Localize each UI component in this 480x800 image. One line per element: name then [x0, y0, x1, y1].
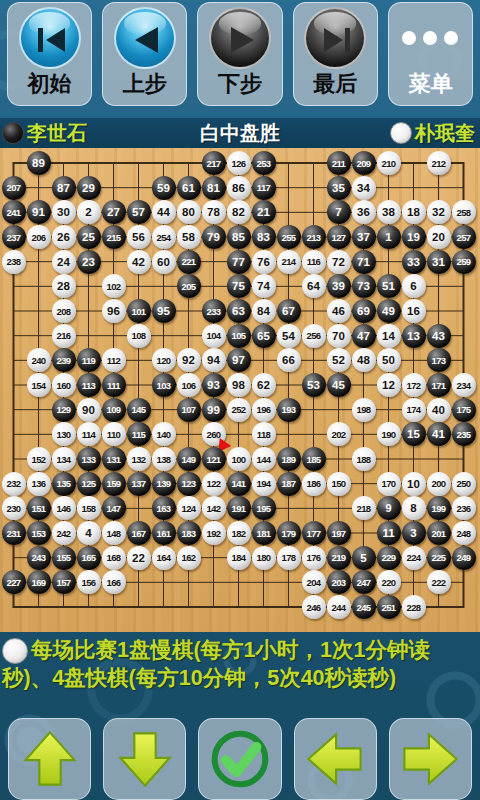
match-rules-text: 每场比赛1盘慢棋(每方1小时，1次1分钟读秒)、4盘快棋(每方10分钟，5次40… [2, 636, 472, 692]
move-right-button[interactable] [389, 718, 472, 800]
stone-W250: 250 [452, 472, 476, 496]
arrow-up-icon [18, 727, 82, 791]
arrow-left-icon [303, 727, 367, 791]
stone-B71: 71 [352, 250, 376, 274]
stone-B69: 69 [352, 299, 376, 323]
skip-to-start-icon [19, 7, 81, 69]
stone-W228: 228 [402, 595, 426, 619]
go-to-start-label: 初始 [28, 72, 72, 96]
stone-B91: 91 [27, 200, 51, 224]
stone-W92: 92 [177, 348, 201, 372]
stone-B57: 57 [127, 200, 151, 224]
stone-W186: 186 [302, 472, 326, 496]
stone-B61: 61 [177, 176, 201, 200]
stone-W232: 232 [2, 472, 26, 496]
stone-W64: 64 [302, 274, 326, 298]
stone-W240: 240 [27, 348, 51, 372]
next-move-button[interactable]: 下步 [197, 2, 282, 106]
stone-B101: 101 [127, 299, 151, 323]
stone-W208: 208 [52, 299, 76, 323]
stone-B163: 163 [152, 496, 176, 520]
stone-B21: 21 [252, 200, 276, 224]
stone-B165: 165 [77, 546, 101, 570]
stone-B7: 7 [327, 200, 351, 224]
stone-B81: 81 [202, 176, 226, 200]
stone-W14: 14 [377, 324, 401, 348]
stone-B83: 83 [252, 225, 276, 249]
stone-B95: 95 [152, 299, 176, 323]
stone-B219: 219 [327, 546, 351, 570]
stone-B157: 157 [52, 570, 76, 594]
stone-B47: 47 [352, 324, 376, 348]
stone-B225: 225 [427, 546, 451, 570]
stone-W134: 134 [52, 447, 76, 471]
stones-layer: 8921712625321120921021220787295961818611… [0, 148, 480, 632]
stone-W78: 78 [202, 200, 226, 224]
stone-W42: 42 [127, 250, 151, 274]
stone-W238: 238 [2, 250, 26, 274]
stone-W86: 86 [227, 176, 251, 200]
stone-W162: 162 [177, 546, 201, 570]
stone-W136: 136 [27, 472, 51, 496]
stone-W80: 80 [177, 200, 201, 224]
stone-W138: 138 [152, 447, 176, 471]
stone-B147: 147 [102, 496, 126, 520]
stone-B5: 5 [352, 546, 376, 570]
stone-W100: 100 [227, 447, 251, 471]
stone-B41: 41 [427, 422, 451, 446]
stone-B203: 203 [327, 570, 351, 594]
bottom-toolbar [0, 715, 480, 800]
stone-B133: 133 [77, 447, 101, 471]
stone-B103: 103 [152, 373, 176, 397]
stone-B245: 245 [352, 595, 376, 619]
stone-B241: 241 [2, 200, 26, 224]
stone-B181: 181 [252, 521, 276, 545]
stone-B77: 77 [227, 250, 251, 274]
stone-B13: 13 [402, 324, 426, 348]
stone-B253: 253 [252, 151, 276, 175]
stone-B11: 11 [377, 521, 401, 545]
stone-B217: 217 [202, 151, 226, 175]
stone-B161: 161 [152, 521, 176, 545]
stone-B39: 39 [327, 274, 351, 298]
stone-W120: 120 [152, 348, 176, 372]
stone-W210: 210 [377, 151, 401, 175]
go-to-end-label: 最后 [313, 72, 357, 96]
stone-B123: 123 [177, 472, 201, 496]
stone-W130: 130 [52, 422, 76, 446]
stone-B43: 43 [427, 324, 451, 348]
stone-B79: 79 [202, 225, 226, 249]
stone-W104: 104 [202, 324, 226, 348]
stone-B15: 15 [402, 422, 426, 446]
stone-B213: 213 [302, 225, 326, 249]
stone-B191: 191 [227, 496, 251, 520]
stone-B159: 159 [102, 472, 126, 496]
stone-W18: 18 [402, 200, 426, 224]
stone-W258: 258 [452, 200, 476, 224]
stone-B149: 149 [177, 447, 201, 471]
stone-B119: 119 [77, 348, 101, 372]
check-icon [207, 726, 273, 792]
stone-B19: 19 [402, 225, 426, 249]
stone-B185: 185 [302, 447, 326, 471]
stone-B179: 179 [277, 521, 301, 545]
stone-B195: 195 [252, 496, 276, 520]
stone-B259: 259 [452, 250, 476, 274]
stone-B249: 249 [452, 546, 476, 570]
stone-W56: 56 [127, 225, 151, 249]
stone-W48: 48 [352, 348, 376, 372]
stone-W12: 12 [377, 373, 401, 397]
white-player-stone-icon [390, 122, 412, 144]
go-to-start-button[interactable]: 初始 [7, 2, 92, 106]
stone-W154: 154 [27, 373, 51, 397]
stone-W192: 192 [202, 521, 226, 545]
stone-B155: 155 [52, 546, 76, 570]
stone-W8: 8 [402, 496, 426, 520]
stone-B251: 251 [377, 595, 401, 619]
stone-W150: 150 [327, 472, 351, 496]
game-result: 白中盘胜 [90, 120, 390, 147]
stone-W168: 168 [102, 546, 126, 570]
stone-W146: 146 [52, 496, 76, 520]
stone-B53: 53 [302, 373, 326, 397]
stone-B107: 107 [177, 398, 201, 422]
stone-B27: 27 [102, 200, 126, 224]
stone-B193: 193 [277, 398, 301, 422]
stone-W174: 174 [402, 398, 426, 422]
menu-label: 菜单 [408, 72, 452, 96]
stone-W188: 188 [352, 447, 376, 471]
stone-W112: 112 [102, 348, 126, 372]
stone-W144: 144 [252, 447, 276, 471]
stone-W26: 26 [52, 225, 76, 249]
stone-W36: 36 [352, 200, 376, 224]
stone-W108: 108 [127, 324, 151, 348]
stone-B221: 221 [177, 250, 201, 274]
stone-W40: 40 [427, 398, 451, 422]
stone-B131: 131 [102, 447, 126, 471]
stone-W234: 234 [452, 373, 476, 397]
stone-W74: 74 [252, 274, 276, 298]
stone-W196: 196 [252, 398, 276, 422]
stone-W216: 216 [52, 324, 76, 348]
stone-W24: 24 [52, 250, 76, 274]
arrow-right-icon [398, 727, 462, 791]
stone-B73: 73 [352, 274, 376, 298]
stone-B201: 201 [427, 521, 451, 545]
stone-W28: 28 [52, 274, 76, 298]
stone-W190: 190 [377, 422, 401, 446]
stone-W118: 118 [252, 422, 276, 446]
go-replay-app: 初始 上步 下步 最后 [0, 0, 480, 800]
stone-W148: 148 [102, 521, 126, 545]
step-back-icon [114, 7, 176, 69]
stone-B33: 33 [402, 250, 426, 274]
stone-B59: 59 [152, 176, 176, 200]
stone-B45: 45 [327, 373, 351, 397]
stone-B97: 97 [227, 348, 251, 372]
white-stone-icon [2, 638, 28, 664]
menu-dots-icon [402, 7, 458, 69]
stone-W4: 4 [77, 521, 101, 545]
stone-B121: 121 [202, 447, 226, 471]
stone-W200: 200 [427, 472, 451, 496]
stone-W16: 16 [402, 299, 426, 323]
stone-B215: 215 [102, 225, 126, 249]
stone-W176: 176 [302, 546, 326, 570]
black-player-name: 李世石 [27, 120, 87, 147]
stone-B233: 233 [202, 299, 226, 323]
stone-W142: 142 [202, 496, 226, 520]
stone-W44: 44 [152, 200, 176, 224]
stone-W132: 132 [127, 447, 151, 471]
stone-B109: 109 [102, 398, 126, 422]
stone-B197: 197 [327, 521, 351, 545]
stone-B35: 35 [327, 176, 351, 200]
stone-W204: 204 [302, 570, 326, 594]
stone-W224: 224 [402, 546, 426, 570]
previous-move-label: 上步 [123, 72, 167, 96]
stone-W202: 202 [327, 422, 351, 446]
stone-B167: 167 [127, 521, 151, 545]
stone-B85: 85 [227, 225, 251, 249]
move-up-button[interactable] [8, 718, 91, 800]
stone-W172: 172 [402, 373, 426, 397]
stone-B87: 87 [52, 176, 76, 200]
stone-W140: 140 [152, 422, 176, 446]
stone-W46: 46 [327, 299, 351, 323]
go-board: 8921712625321120921021220787295961818611… [0, 148, 480, 632]
stone-W198: 198 [352, 398, 376, 422]
stone-W126: 126 [227, 151, 251, 175]
stone-W158: 158 [77, 496, 101, 520]
stone-B141: 141 [227, 472, 251, 496]
stone-W242: 242 [52, 521, 76, 545]
stone-B257: 257 [452, 225, 476, 249]
stone-W122: 122 [202, 472, 226, 496]
stone-W222: 222 [427, 570, 451, 594]
stone-W60: 60 [152, 250, 176, 274]
stone-W256: 256 [302, 324, 326, 348]
stone-W246: 246 [302, 595, 326, 619]
stone-B175: 175 [452, 398, 476, 422]
stone-B239: 239 [52, 348, 76, 372]
stone-W212: 212 [427, 151, 451, 175]
stone-W152: 152 [27, 447, 51, 471]
stone-W22: 22 [127, 546, 151, 570]
stone-B145: 145 [127, 398, 151, 422]
stone-W102: 102 [102, 274, 126, 298]
stone-B67: 67 [277, 299, 301, 323]
stone-W66: 66 [277, 348, 301, 372]
stone-W70: 70 [327, 324, 351, 348]
stone-B237: 237 [2, 225, 26, 249]
stone-B129: 129 [52, 398, 76, 422]
stone-W72: 72 [327, 250, 351, 274]
go-to-end-button[interactable]: 最后 [293, 2, 378, 106]
stone-B135: 135 [52, 472, 76, 496]
player-bar: 李世石 白中盘胜 朴珉奎 [0, 118, 480, 148]
stone-W106: 106 [177, 373, 201, 397]
stone-B49: 49 [377, 299, 401, 323]
stone-B75: 75 [227, 274, 251, 298]
skip-to-end-icon [304, 7, 366, 69]
stone-B99: 99 [202, 398, 226, 422]
stone-B115: 115 [127, 422, 151, 446]
stone-W160: 160 [52, 373, 76, 397]
stone-W182: 182 [227, 521, 251, 545]
stone-W50: 50 [377, 348, 401, 372]
stone-B199: 199 [427, 496, 451, 520]
menu-button[interactable]: 菜单 [388, 2, 473, 106]
stone-B187: 187 [277, 472, 301, 496]
stone-B235: 235 [452, 422, 476, 446]
stone-B137: 137 [127, 472, 151, 496]
stone-W230: 230 [2, 496, 26, 520]
stone-W254: 254 [152, 225, 176, 249]
stone-W38: 38 [377, 200, 401, 224]
stone-W32: 32 [427, 200, 451, 224]
next-move-label: 下步 [218, 72, 262, 96]
stone-B247: 247 [352, 570, 376, 594]
stone-W236: 236 [452, 496, 476, 520]
stone-W58: 58 [177, 225, 201, 249]
stone-W156: 156 [77, 570, 101, 594]
stone-B171: 171 [427, 373, 451, 397]
stone-B127: 127 [327, 225, 351, 249]
stone-W180: 180 [252, 546, 276, 570]
stone-W252: 252 [227, 398, 251, 422]
stone-B255: 255 [277, 225, 301, 249]
arrow-down-icon [113, 727, 177, 791]
white-player-name: 朴珉奎 [415, 120, 475, 147]
stone-B189: 189 [277, 447, 301, 471]
stone-B209: 209 [352, 151, 376, 175]
move-left-button[interactable] [294, 718, 377, 800]
stone-B207: 207 [2, 176, 26, 200]
stone-B205: 205 [177, 274, 201, 298]
stone-W206: 206 [27, 225, 51, 249]
stone-B243: 243 [27, 546, 51, 570]
stone-B231: 231 [2, 521, 26, 545]
stone-W218: 218 [352, 496, 376, 520]
stone-W114: 114 [77, 422, 101, 446]
stone-B37: 37 [352, 225, 376, 249]
stone-B117: 117 [252, 176, 276, 200]
stone-B9: 9 [377, 496, 401, 520]
stone-B65: 65 [252, 324, 276, 348]
stone-W6: 6 [402, 274, 426, 298]
stone-W116: 116 [302, 250, 326, 274]
stone-B153: 153 [27, 521, 51, 545]
stone-B177: 177 [302, 521, 326, 545]
stone-B211: 211 [327, 151, 351, 175]
stone-W164: 164 [152, 546, 176, 570]
stone-B31: 31 [427, 250, 451, 274]
stone-B3: 3 [402, 521, 426, 545]
stone-B51: 51 [377, 274, 401, 298]
stone-W214: 214 [277, 250, 301, 274]
stone-B25: 25 [77, 225, 101, 249]
stone-B23: 23 [77, 250, 101, 274]
stone-B89: 89 [27, 151, 51, 175]
stone-B139: 139 [152, 472, 176, 496]
stone-W248: 248 [452, 521, 476, 545]
stone-W260: 260 [202, 422, 226, 446]
move-down-button[interactable] [103, 718, 186, 800]
stone-B111: 111 [102, 373, 126, 397]
stone-W30: 30 [52, 200, 76, 224]
playback-toolbar: 初始 上步 下步 最后 [0, 2, 480, 106]
stone-B183: 183 [177, 521, 201, 545]
stone-W170: 170 [377, 472, 401, 496]
stone-B151: 151 [27, 496, 51, 520]
stone-B1: 1 [377, 225, 401, 249]
stone-W98: 98 [227, 373, 251, 397]
confirm-button[interactable] [198, 718, 281, 800]
stone-W178: 178 [277, 546, 301, 570]
stone-B169: 169 [27, 570, 51, 594]
stone-W90: 90 [77, 398, 101, 422]
stone-W220: 220 [377, 570, 401, 594]
stone-B63: 63 [227, 299, 251, 323]
stone-B229: 229 [377, 546, 401, 570]
stone-B29: 29 [77, 176, 101, 200]
info-bar: 每场比赛1盘慢棋(每方1小时，1次1分钟读秒)、4盘快棋(每方10分钟，5次40… [0, 632, 480, 715]
previous-move-button[interactable]: 上步 [102, 2, 187, 106]
stone-W2: 2 [77, 200, 101, 224]
stone-W184: 184 [227, 546, 251, 570]
stone-W62: 62 [252, 373, 276, 397]
stone-W82: 82 [227, 200, 251, 224]
stone-B93: 93 [202, 373, 226, 397]
stone-B125: 125 [77, 472, 101, 496]
stone-W54: 54 [277, 324, 301, 348]
stone-W52: 52 [327, 348, 351, 372]
stone-B113: 113 [77, 373, 101, 397]
stone-W76: 76 [252, 250, 276, 274]
stone-W124: 124 [177, 496, 201, 520]
black-player-stone-icon [2, 122, 24, 144]
stone-W34: 34 [352, 176, 376, 200]
stone-W194: 194 [252, 472, 276, 496]
stone-W20: 20 [427, 225, 451, 249]
stone-W244: 244 [327, 595, 351, 619]
stone-W96: 96 [102, 299, 126, 323]
stone-W10: 10 [402, 472, 426, 496]
stone-B105: 105 [227, 324, 251, 348]
step-forward-icon [209, 7, 271, 69]
stone-B227: 227 [2, 570, 26, 594]
stone-W84: 84 [252, 299, 276, 323]
stone-W94: 94 [202, 348, 226, 372]
stone-W166: 166 [102, 570, 126, 594]
stone-W110: 110 [102, 422, 126, 446]
stone-B173: 173 [427, 348, 451, 372]
